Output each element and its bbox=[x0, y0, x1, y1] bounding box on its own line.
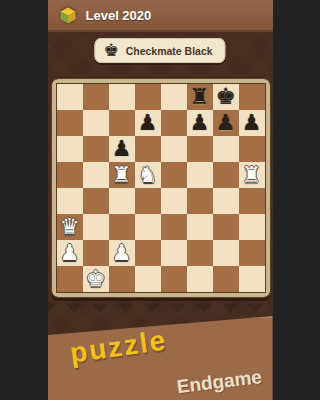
square-f3[interactable] bbox=[187, 214, 213, 240]
square-c3[interactable] bbox=[109, 214, 135, 240]
square-g4[interactable] bbox=[213, 188, 239, 214]
square-g8[interactable]: ♚ bbox=[213, 84, 239, 110]
square-e5[interactable] bbox=[161, 162, 187, 188]
header-bar: Level 2020 bbox=[48, 0, 273, 32]
square-a3[interactable]: ♛ bbox=[57, 214, 83, 240]
square-c5[interactable]: ♜ bbox=[109, 162, 135, 188]
square-d7[interactable]: ♟ bbox=[135, 110, 161, 136]
square-a2[interactable]: ♟ bbox=[57, 240, 83, 266]
square-g2[interactable] bbox=[213, 240, 239, 266]
square-h5[interactable]: ♜ bbox=[239, 162, 265, 188]
square-a4[interactable] bbox=[57, 188, 83, 214]
white-rook[interactable]: ♜ bbox=[112, 162, 132, 188]
square-e2[interactable] bbox=[161, 240, 187, 266]
square-b5[interactable] bbox=[83, 162, 109, 188]
square-h3[interactable] bbox=[239, 214, 265, 240]
square-h1[interactable] bbox=[239, 266, 265, 292]
objective-banner: ♚ Checkmate Black bbox=[94, 38, 225, 63]
square-b2[interactable] bbox=[83, 240, 109, 266]
zigzag-decoration bbox=[48, 303, 273, 315]
black-pawn[interactable]: ♟ bbox=[112, 136, 132, 162]
square-a6[interactable] bbox=[57, 136, 83, 162]
black-king[interactable]: ♚ bbox=[216, 84, 236, 110]
square-e3[interactable] bbox=[161, 214, 187, 240]
square-c7[interactable] bbox=[109, 110, 135, 136]
square-g7[interactable]: ♟ bbox=[213, 110, 239, 136]
square-b7[interactable] bbox=[83, 110, 109, 136]
square-d6[interactable] bbox=[135, 136, 161, 162]
square-g1[interactable] bbox=[213, 266, 239, 292]
square-b4[interactable] bbox=[83, 188, 109, 214]
black-pawn[interactable]: ♟ bbox=[138, 110, 158, 136]
square-b3[interactable] bbox=[83, 214, 109, 240]
square-h7[interactable]: ♟ bbox=[239, 110, 265, 136]
black-pawn[interactable]: ♟ bbox=[216, 110, 236, 136]
square-e8[interactable] bbox=[161, 84, 187, 110]
chess-board-frame: ♜♚♟♟♟♟♟♜♞♜♛♟♟♚ bbox=[52, 79, 270, 297]
square-c1[interactable] bbox=[109, 266, 135, 292]
square-d8[interactable] bbox=[135, 84, 161, 110]
square-h8[interactable] bbox=[239, 84, 265, 110]
square-c6[interactable]: ♟ bbox=[109, 136, 135, 162]
black-pawn[interactable]: ♟ bbox=[190, 110, 210, 136]
square-g5[interactable] bbox=[213, 162, 239, 188]
square-e7[interactable] bbox=[161, 110, 187, 136]
square-b6[interactable] bbox=[83, 136, 109, 162]
square-b8[interactable] bbox=[83, 84, 109, 110]
white-king[interactable]: ♚ bbox=[86, 266, 106, 292]
square-h6[interactable] bbox=[239, 136, 265, 162]
objective-label: Checkmate Black bbox=[126, 45, 213, 57]
square-a7[interactable] bbox=[57, 110, 83, 136]
square-e6[interactable] bbox=[161, 136, 187, 162]
square-f1[interactable] bbox=[187, 266, 213, 292]
square-c4[interactable] bbox=[109, 188, 135, 214]
square-e4[interactable] bbox=[161, 188, 187, 214]
square-f5[interactable] bbox=[187, 162, 213, 188]
square-c2[interactable]: ♟ bbox=[109, 240, 135, 266]
square-h4[interactable] bbox=[239, 188, 265, 214]
square-d3[interactable] bbox=[135, 214, 161, 240]
square-g6[interactable] bbox=[213, 136, 239, 162]
square-d4[interactable] bbox=[135, 188, 161, 214]
black-king-icon: ♚ bbox=[103, 42, 118, 59]
square-b1[interactable]: ♚ bbox=[83, 266, 109, 292]
square-d5[interactable]: ♞ bbox=[135, 162, 161, 188]
white-rook[interactable]: ♜ bbox=[242, 162, 262, 188]
app-screen: Level 2020 ♚ Checkmate Black ♜♚♟♟♟♟♟♜♞♜♛… bbox=[48, 0, 273, 400]
cube-level-icon bbox=[58, 5, 78, 25]
white-knight[interactable]: ♞ bbox=[138, 162, 158, 188]
square-f8[interactable]: ♜ bbox=[187, 84, 213, 110]
white-pawn[interactable]: ♟ bbox=[60, 240, 80, 266]
chess-board: ♜♚♟♟♟♟♟♜♞♜♛♟♟♚ bbox=[56, 83, 266, 293]
square-f7[interactable]: ♟ bbox=[187, 110, 213, 136]
white-queen[interactable]: ♛ bbox=[60, 214, 80, 240]
square-g3[interactable] bbox=[213, 214, 239, 240]
square-e1[interactable] bbox=[161, 266, 187, 292]
square-f4[interactable] bbox=[187, 188, 213, 214]
square-f6[interactable] bbox=[187, 136, 213, 162]
black-pawn[interactable]: ♟ bbox=[242, 110, 262, 136]
black-rook[interactable]: ♜ bbox=[190, 84, 210, 110]
square-d2[interactable] bbox=[135, 240, 161, 266]
level-label: Level 2020 bbox=[86, 8, 152, 23]
square-a8[interactable] bbox=[57, 84, 83, 110]
square-a1[interactable] bbox=[57, 266, 83, 292]
white-pawn[interactable]: ♟ bbox=[112, 240, 132, 266]
square-f2[interactable] bbox=[187, 240, 213, 266]
square-c8[interactable] bbox=[109, 84, 135, 110]
square-a5[interactable] bbox=[57, 162, 83, 188]
square-d1[interactable] bbox=[135, 266, 161, 292]
square-h2[interactable] bbox=[239, 240, 265, 266]
